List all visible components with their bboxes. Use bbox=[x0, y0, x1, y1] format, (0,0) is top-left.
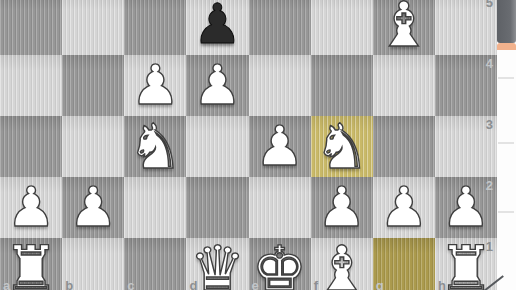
piece-white-queen[interactable]: ♛ bbox=[190, 238, 246, 290]
gauge-separator-1 bbox=[498, 77, 514, 79]
square-h5[interactable]: 5 bbox=[435, 0, 497, 55]
square-g4[interactable] bbox=[373, 55, 435, 116]
gauge-thumb[interactable] bbox=[497, 0, 516, 43]
square-g1[interactable]: g bbox=[373, 238, 435, 290]
square-h2[interactable]: ♟2 bbox=[435, 177, 497, 238]
square-e2[interactable] bbox=[249, 177, 311, 238]
piece-white-knight[interactable]: ♞ bbox=[314, 116, 370, 177]
piece-white-knight[interactable]: ♞ bbox=[128, 116, 184, 177]
square-f1[interactable]: ♝f bbox=[311, 238, 373, 290]
square-h3[interactable]: 3 bbox=[435, 116, 497, 177]
piece-white-pawn[interactable]: ♟ bbox=[255, 116, 304, 177]
piece-white-pawn[interactable]: ♟ bbox=[441, 177, 490, 238]
piece-white-pawn[interactable]: ♟ bbox=[6, 177, 55, 238]
square-c3[interactable]: ♞ bbox=[124, 116, 186, 177]
piece-white-pawn[interactable]: ♟ bbox=[193, 55, 242, 116]
coord-rank-3: 3 bbox=[486, 118, 493, 131]
square-b5[interactable] bbox=[62, 0, 124, 55]
coord-file-b: b bbox=[65, 279, 73, 290]
piece-white-pawn[interactable]: ♟ bbox=[379, 177, 428, 238]
square-d4[interactable]: ♟ bbox=[186, 55, 248, 116]
square-f2[interactable]: ♟ bbox=[311, 177, 373, 238]
piece-white-bishop[interactable]: ♝ bbox=[314, 238, 370, 290]
square-d5[interactable]: ♟ bbox=[186, 0, 248, 55]
square-b1[interactable]: b bbox=[62, 238, 124, 290]
coord-file-g: g bbox=[376, 279, 384, 290]
coord-rank-4: 4 bbox=[486, 57, 493, 70]
square-e1[interactable]: ♚e bbox=[249, 238, 311, 290]
square-a3[interactable] bbox=[0, 116, 62, 177]
piece-black-pawn[interactable]: ♟ bbox=[193, 0, 242, 55]
piece-white-king[interactable]: ♚ bbox=[252, 238, 308, 290]
square-e3[interactable]: ♟ bbox=[249, 116, 311, 177]
piece-white-rook[interactable]: ♜ bbox=[438, 238, 494, 290]
square-c2[interactable] bbox=[124, 177, 186, 238]
square-b2[interactable]: ♟ bbox=[62, 177, 124, 238]
gauge-separator-2 bbox=[498, 142, 514, 144]
square-d2[interactable] bbox=[186, 177, 248, 238]
chess-board-viewport: ♟♝5♟♟4♞♟♞3♟♟♟♟♟2♜abc♛d♚e♝fg♜h1 bbox=[0, 0, 516, 290]
piece-white-pawn[interactable]: ♟ bbox=[69, 177, 118, 238]
eval-gauge bbox=[497, 0, 516, 290]
square-b4[interactable] bbox=[62, 55, 124, 116]
coord-file-c: c bbox=[127, 279, 134, 290]
square-g2[interactable]: ♟ bbox=[373, 177, 435, 238]
square-c1[interactable]: c bbox=[124, 238, 186, 290]
piece-white-pawn[interactable]: ♟ bbox=[131, 55, 180, 116]
square-h1[interactable]: ♜h1 bbox=[435, 238, 497, 290]
square-d1[interactable]: ♛d bbox=[186, 238, 248, 290]
gauge-marker bbox=[497, 43, 516, 50]
piece-white-rook[interactable]: ♜ bbox=[3, 238, 59, 290]
square-b3[interactable] bbox=[62, 116, 124, 177]
square-e4[interactable] bbox=[249, 55, 311, 116]
chess-board: ♟♝5♟♟4♞♟♞3♟♟♟♟♟2♜abc♛d♚e♝fg♜h1 bbox=[0, 0, 497, 290]
square-d3[interactable] bbox=[186, 116, 248, 177]
coord-rank-5: 5 bbox=[486, 0, 493, 9]
square-g3[interactable] bbox=[373, 116, 435, 177]
square-h4[interactable]: 4 bbox=[435, 55, 497, 116]
square-f5[interactable] bbox=[311, 0, 373, 55]
square-f3[interactable]: ♞ bbox=[311, 116, 373, 177]
square-a5[interactable] bbox=[0, 0, 62, 55]
square-c5[interactable] bbox=[124, 0, 186, 55]
square-f4[interactable] bbox=[311, 55, 373, 116]
square-a2[interactable]: ♟ bbox=[0, 177, 62, 238]
square-c4[interactable]: ♟ bbox=[124, 55, 186, 116]
square-a1[interactable]: ♜a bbox=[0, 238, 62, 290]
piece-white-bishop[interactable]: ♝ bbox=[376, 0, 432, 55]
square-a4[interactable] bbox=[0, 55, 62, 116]
piece-white-pawn[interactable]: ♟ bbox=[317, 177, 366, 238]
gauge-separator-3 bbox=[498, 211, 514, 213]
square-e5[interactable] bbox=[249, 0, 311, 55]
square-g5[interactable]: ♝ bbox=[373, 0, 435, 55]
